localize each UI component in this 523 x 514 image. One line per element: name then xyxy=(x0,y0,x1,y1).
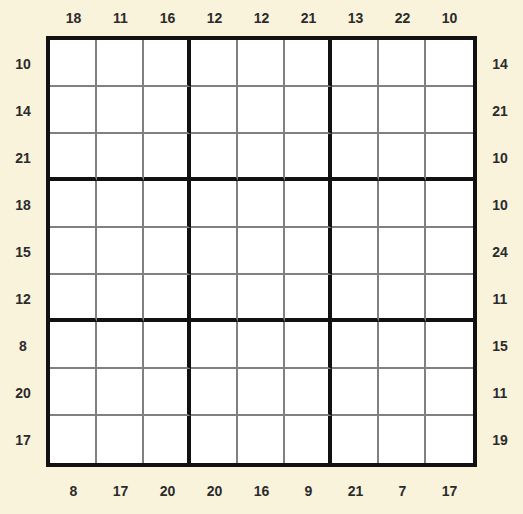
cell-r5c8[interactable] xyxy=(379,228,426,275)
cell-r7c5[interactable] xyxy=(238,322,285,369)
clue-top-9: 10 xyxy=(426,0,473,36)
cell-r4c5[interactable] xyxy=(238,181,285,228)
cell-r6c5[interactable] xyxy=(238,275,285,322)
cell-r1c2[interactable] xyxy=(97,40,144,87)
clue-left-9: 17 xyxy=(0,416,46,463)
cell-r7c7[interactable] xyxy=(332,322,379,369)
clue-top-1: 18 xyxy=(50,0,97,36)
cell-r4c9[interactable] xyxy=(426,181,473,228)
cell-r7c3[interactable] xyxy=(144,322,191,369)
clue-bottom-6: 9 xyxy=(285,467,332,514)
clue-top-6: 21 xyxy=(285,0,332,36)
clue-top-5: 12 xyxy=(238,0,285,36)
cell-r2c4[interactable] xyxy=(191,87,238,134)
cell-r4c8[interactable] xyxy=(379,181,426,228)
clue-left-2: 14 xyxy=(0,87,46,134)
cell-r7c1[interactable] xyxy=(50,322,97,369)
cell-r5c6[interactable] xyxy=(285,228,332,275)
cell-r4c7[interactable] xyxy=(332,181,379,228)
cell-r2c2[interactable] xyxy=(97,87,144,134)
cell-r9c3[interactable] xyxy=(144,416,191,463)
clue-left-8: 20 xyxy=(0,369,46,416)
cell-r7c8[interactable] xyxy=(379,322,426,369)
cell-r3c4[interactable] xyxy=(191,134,238,181)
cell-r8c5[interactable] xyxy=(238,369,285,416)
cell-r9c9[interactable] xyxy=(426,416,473,463)
cell-r3c6[interactable] xyxy=(285,134,332,181)
cell-r5c2[interactable] xyxy=(97,228,144,275)
cell-r8c7[interactable] xyxy=(332,369,379,416)
cell-r9c4[interactable] xyxy=(191,416,238,463)
clue-right-8: 11 xyxy=(477,369,523,416)
sudoku-board xyxy=(46,36,477,467)
clue-top-2: 11 xyxy=(97,0,144,36)
clue-right-3: 10 xyxy=(477,134,523,181)
cell-r1c4[interactable] xyxy=(191,40,238,87)
clue-top-4: 12 xyxy=(191,0,238,36)
cell-r2c1[interactable] xyxy=(50,87,97,134)
cell-r8c6[interactable] xyxy=(285,369,332,416)
cell-r1c7[interactable] xyxy=(332,40,379,87)
cell-r9c2[interactable] xyxy=(97,416,144,463)
cell-r1c6[interactable] xyxy=(285,40,332,87)
cell-r8c9[interactable] xyxy=(426,369,473,416)
cell-r4c1[interactable] xyxy=(50,181,97,228)
cell-r6c8[interactable] xyxy=(379,275,426,322)
clue-top-8: 22 xyxy=(379,0,426,36)
cell-r5c9[interactable] xyxy=(426,228,473,275)
cell-r7c9[interactable] xyxy=(426,322,473,369)
cell-r7c2[interactable] xyxy=(97,322,144,369)
cell-r7c6[interactable] xyxy=(285,322,332,369)
cell-r5c1[interactable] xyxy=(50,228,97,275)
cell-r2c7[interactable] xyxy=(332,87,379,134)
cell-r6c1[interactable] xyxy=(50,275,97,322)
cell-r9c7[interactable] xyxy=(332,416,379,463)
clue-right-7: 15 xyxy=(477,322,523,369)
clue-right-5: 24 xyxy=(477,228,523,275)
clue-left-4: 18 xyxy=(0,181,46,228)
cell-r5c7[interactable] xyxy=(332,228,379,275)
cell-r9c1[interactable] xyxy=(50,416,97,463)
cell-r2c9[interactable] xyxy=(426,87,473,134)
cell-r4c4[interactable] xyxy=(191,181,238,228)
clues-right: 142110102411151119 xyxy=(477,36,523,467)
clue-bottom-5: 16 xyxy=(238,467,285,514)
cell-r4c3[interactable] xyxy=(144,181,191,228)
cell-r5c4[interactable] xyxy=(191,228,238,275)
cell-r3c3[interactable] xyxy=(144,134,191,181)
cell-r4c2[interactable] xyxy=(97,181,144,228)
cell-r3c8[interactable] xyxy=(379,134,426,181)
cell-r6c2[interactable] xyxy=(97,275,144,322)
cell-r6c4[interactable] xyxy=(191,275,238,322)
cell-r6c9[interactable] xyxy=(426,275,473,322)
clue-right-1: 14 xyxy=(477,40,523,87)
clue-right-9: 19 xyxy=(477,416,523,463)
cell-r2c5[interactable] xyxy=(238,87,285,134)
clue-bottom-2: 17 xyxy=(97,467,144,514)
cell-r8c1[interactable] xyxy=(50,369,97,416)
clue-left-1: 10 xyxy=(0,40,46,87)
cell-r9c6[interactable] xyxy=(285,416,332,463)
clue-right-6: 11 xyxy=(477,275,523,322)
clue-bottom-4: 20 xyxy=(191,467,238,514)
cell-r3c1[interactable] xyxy=(50,134,97,181)
cell-r1c9[interactable] xyxy=(426,40,473,87)
clue-right-4: 10 xyxy=(477,181,523,228)
frame-sudoku-puzzle: 181116121221132210 10142118151282017 142… xyxy=(0,0,523,514)
cell-r5c5[interactable] xyxy=(238,228,285,275)
clues-top: 181116121221132210 xyxy=(46,0,477,36)
cell-r1c8[interactable] xyxy=(379,40,426,87)
clue-top-3: 16 xyxy=(144,0,191,36)
clue-bottom-3: 20 xyxy=(144,467,191,514)
cell-r9c5[interactable] xyxy=(238,416,285,463)
cell-r1c3[interactable] xyxy=(144,40,191,87)
clue-bottom-9: 17 xyxy=(426,467,473,514)
cell-r2c8[interactable] xyxy=(379,87,426,134)
cell-r3c5[interactable] xyxy=(238,134,285,181)
cell-r8c2[interactable] xyxy=(97,369,144,416)
cell-r2c3[interactable] xyxy=(144,87,191,134)
cell-r3c2[interactable] xyxy=(97,134,144,181)
clue-left-3: 21 xyxy=(0,134,46,181)
cell-r8c3[interactable] xyxy=(144,369,191,416)
cell-r1c1[interactable] xyxy=(50,40,97,87)
clues-left: 10142118151282017 xyxy=(0,36,46,467)
cell-r6c7[interactable] xyxy=(332,275,379,322)
cell-r9c8[interactable] xyxy=(379,416,426,463)
clue-left-6: 12 xyxy=(0,275,46,322)
cell-r5c3[interactable] xyxy=(144,228,191,275)
clue-left-5: 15 xyxy=(0,228,46,275)
clue-left-7: 8 xyxy=(0,322,46,369)
cell-r1c5[interactable] xyxy=(238,40,285,87)
cell-r6c6[interactable] xyxy=(285,275,332,322)
cell-r4c6[interactable] xyxy=(285,181,332,228)
cell-r7c4[interactable] xyxy=(191,322,238,369)
clue-bottom-1: 8 xyxy=(50,467,97,514)
cell-r6c3[interactable] xyxy=(144,275,191,322)
cell-r2c6[interactable] xyxy=(285,87,332,134)
cell-r3c9[interactable] xyxy=(426,134,473,181)
clue-right-2: 21 xyxy=(477,87,523,134)
cell-r3c7[interactable] xyxy=(332,134,379,181)
cell-r8c4[interactable] xyxy=(191,369,238,416)
clues-bottom: 817202016921717 xyxy=(46,467,477,514)
clue-top-7: 13 xyxy=(332,0,379,36)
cell-r8c8[interactable] xyxy=(379,369,426,416)
clue-bottom-7: 21 xyxy=(332,467,379,514)
clue-bottom-8: 7 xyxy=(379,467,426,514)
